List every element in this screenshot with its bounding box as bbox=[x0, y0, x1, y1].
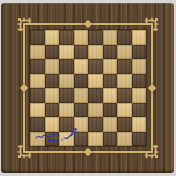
board-square[interactable] bbox=[132, 74, 147, 89]
board-square[interactable] bbox=[132, 88, 147, 103]
corner-ornament-icon bbox=[17, 17, 31, 31]
board-square[interactable] bbox=[132, 30, 147, 45]
board-square[interactable] bbox=[59, 45, 74, 60]
board-square[interactable] bbox=[103, 74, 118, 89]
board-square[interactable] bbox=[74, 59, 89, 74]
board-square[interactable] bbox=[30, 88, 45, 103]
board-square[interactable] bbox=[88, 103, 103, 118]
board-square[interactable] bbox=[117, 74, 132, 89]
board-square[interactable] bbox=[88, 45, 103, 60]
board-square[interactable] bbox=[59, 30, 74, 45]
board-square[interactable] bbox=[30, 103, 45, 118]
board-square[interactable] bbox=[88, 132, 103, 147]
board-square[interactable] bbox=[117, 30, 132, 45]
board-square[interactable] bbox=[132, 103, 147, 118]
corner-ornament-icon bbox=[145, 17, 159, 31]
board-square[interactable] bbox=[88, 74, 103, 89]
corner-ornament-icon bbox=[17, 145, 31, 159]
handwritten-signature bbox=[34, 126, 84, 144]
board-square[interactable] bbox=[103, 30, 118, 45]
board-square[interactable] bbox=[132, 132, 147, 147]
board-square[interactable] bbox=[74, 30, 89, 45]
board-square[interactable] bbox=[117, 132, 132, 147]
board-square[interactable] bbox=[132, 45, 147, 60]
board-square[interactable] bbox=[132, 59, 147, 74]
board-square[interactable] bbox=[88, 88, 103, 103]
board-square[interactable] bbox=[117, 117, 132, 132]
board-square[interactable] bbox=[117, 88, 132, 103]
board-square[interactable] bbox=[117, 45, 132, 60]
board-square[interactable] bbox=[132, 117, 147, 132]
board-square[interactable] bbox=[103, 59, 118, 74]
board-square[interactable] bbox=[59, 88, 74, 103]
board-square[interactable] bbox=[103, 45, 118, 60]
board-square[interactable] bbox=[74, 88, 89, 103]
board-square[interactable] bbox=[45, 30, 60, 45]
board-square[interactable] bbox=[103, 117, 118, 132]
board-square[interactable] bbox=[45, 59, 60, 74]
board-photo bbox=[0, 0, 176, 176]
board-square[interactable] bbox=[30, 74, 45, 89]
board-square[interactable] bbox=[88, 117, 103, 132]
board-square[interactable] bbox=[103, 88, 118, 103]
board-square[interactable] bbox=[59, 103, 74, 118]
board-square[interactable] bbox=[74, 45, 89, 60]
board-square[interactable] bbox=[74, 74, 89, 89]
board-square[interactable] bbox=[103, 103, 118, 118]
board-square[interactable] bbox=[45, 88, 60, 103]
board-square[interactable] bbox=[117, 59, 132, 74]
board-square[interactable] bbox=[117, 103, 132, 118]
board-square[interactable] bbox=[45, 74, 60, 89]
board-square[interactable] bbox=[103, 132, 118, 147]
board-square[interactable] bbox=[30, 30, 45, 45]
board-square[interactable] bbox=[30, 45, 45, 60]
board-square[interactable] bbox=[59, 74, 74, 89]
corner-ornament-icon bbox=[145, 145, 159, 159]
board-square[interactable] bbox=[88, 30, 103, 45]
board-square[interactable] bbox=[88, 59, 103, 74]
board-square[interactable] bbox=[74, 103, 89, 118]
board-square[interactable] bbox=[45, 45, 60, 60]
board-square[interactable] bbox=[30, 59, 45, 74]
board-square[interactable] bbox=[45, 103, 60, 118]
board-square[interactable] bbox=[59, 59, 74, 74]
